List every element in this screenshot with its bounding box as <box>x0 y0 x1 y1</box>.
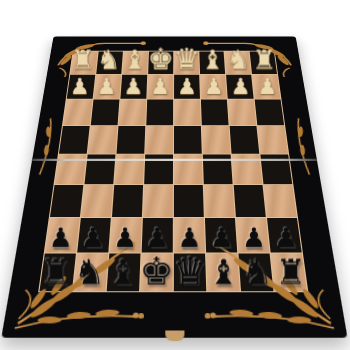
square-g2[interactable]: ♟ <box>94 75 122 99</box>
piece-white-bishop[interactable]: ♝ <box>201 47 225 74</box>
piece-black-rook[interactable]: ♜ <box>40 255 71 290</box>
piece-white-pawn[interactable]: ♟ <box>177 76 197 98</box>
piece-white-pawn[interactable]: ♟ <box>97 76 117 98</box>
piece-black-rook[interactable]: ♜ <box>275 255 306 290</box>
square-d3[interactable] <box>174 99 201 125</box>
square-g4[interactable] <box>88 126 118 154</box>
square-e2[interactable]: ♟ <box>147 75 173 99</box>
piece-white-pawn[interactable]: ♟ <box>70 76 90 98</box>
piece-white-pawn[interactable]: ♟ <box>231 76 251 98</box>
square-e1[interactable]: ♚ <box>148 51 173 74</box>
piece-white-pawn[interactable]: ♟ <box>257 76 277 98</box>
chess-board: ♜♞♝♚♛♝♞♜♟♟♟♟♟♟♟♟♟♟♟♟♟♟♟♟♜♞♝♚♛♝♞♜ <box>1 36 347 337</box>
square-a2[interactable]: ♟ <box>252 75 280 99</box>
piece-white-king[interactable]: ♚ <box>147 44 173 74</box>
square-c2[interactable]: ♟ <box>200 75 227 99</box>
ornament-right-edge-icon <box>289 115 319 178</box>
square-h1[interactable]: ♜ <box>70 51 98 74</box>
piece-black-pawn[interactable]: ♟ <box>49 225 73 252</box>
square-f4[interactable] <box>116 126 145 154</box>
square-h3[interactable] <box>63 99 93 125</box>
square-d6[interactable] <box>174 185 204 217</box>
square-c4[interactable] <box>202 126 231 154</box>
square-d1[interactable]: ♛ <box>174 51 199 74</box>
square-a6[interactable] <box>264 185 297 217</box>
piece-black-pawn[interactable]: ♟ <box>210 225 234 252</box>
piece-black-pawn[interactable]: ♟ <box>242 225 266 252</box>
square-e3[interactable] <box>146 99 173 125</box>
square-e8[interactable]: ♚ <box>140 254 173 292</box>
square-g6[interactable] <box>81 185 113 217</box>
square-b6[interactable] <box>234 185 266 217</box>
square-d8[interactable]: ♛ <box>174 254 206 292</box>
square-a8[interactable]: ♜ <box>271 254 307 292</box>
piece-black-knight[interactable]: ♞ <box>74 255 105 290</box>
board-grid: ♜♞♝♚♛♝♞♜♟♟♟♟♟♟♟♟♟♟♟♟♟♟♟♟♜♞♝♚♛♝♞♜ <box>38 51 308 292</box>
square-d4[interactable] <box>174 126 202 154</box>
square-c1[interactable]: ♝ <box>199 51 225 74</box>
square-e4[interactable] <box>145 126 173 154</box>
square-e6[interactable] <box>143 185 173 217</box>
square-g3[interactable] <box>91 99 120 125</box>
piece-white-pawn[interactable]: ♟ <box>123 76 143 98</box>
photo-background: ♜♞♝♚♛♝♞♜♟♟♟♟♟♟♟♟♟♟♟♟♟♟♟♟♜♞♝♚♛♝♞♜ <box>0 0 350 350</box>
piece-white-rook[interactable]: ♜ <box>71 47 95 74</box>
square-c6[interactable] <box>204 185 235 217</box>
square-a3[interactable] <box>255 99 284 125</box>
piece-white-knight[interactable]: ♞ <box>226 47 250 74</box>
square-b7[interactable]: ♟ <box>236 218 270 253</box>
square-h4[interactable] <box>59 126 90 154</box>
square-g1[interactable]: ♞ <box>96 51 123 74</box>
piece-white-queen[interactable]: ♛ <box>173 44 199 74</box>
square-b3[interactable] <box>228 99 257 125</box>
square-c7[interactable]: ♟ <box>205 218 237 253</box>
square-b1[interactable]: ♞ <box>224 51 251 74</box>
square-f6[interactable] <box>112 185 143 217</box>
square-f8[interactable]: ♝ <box>107 254 141 292</box>
clasp <box>165 330 185 341</box>
square-h2[interactable]: ♟ <box>67 75 96 99</box>
square-a4[interactable] <box>257 126 288 154</box>
square-f7[interactable]: ♟ <box>109 218 141 253</box>
square-b4[interactable] <box>230 126 260 154</box>
square-d2[interactable]: ♟ <box>174 75 200 99</box>
square-f1[interactable]: ♝ <box>122 51 148 74</box>
square-c8[interactable]: ♝ <box>206 254 240 292</box>
square-b8[interactable]: ♞ <box>238 254 273 292</box>
square-h6[interactable] <box>50 185 83 217</box>
piece-white-bishop[interactable]: ♝ <box>123 47 147 74</box>
square-b2[interactable]: ♟ <box>226 75 254 99</box>
piece-black-bishop[interactable]: ♝ <box>208 255 239 290</box>
piece-black-pawn[interactable]: ♟ <box>274 225 298 252</box>
square-f2[interactable]: ♟ <box>120 75 147 99</box>
piece-white-pawn[interactable]: ♟ <box>150 76 170 98</box>
square-c3[interactable] <box>201 99 229 125</box>
square-h8[interactable]: ♜ <box>39 254 75 292</box>
piece-white-pawn[interactable]: ♟ <box>204 76 224 98</box>
piece-black-king[interactable]: ♚ <box>139 252 173 290</box>
square-a1[interactable]: ♜ <box>250 51 277 74</box>
piece-black-pawn[interactable]: ♟ <box>81 225 105 252</box>
piece-black-knight[interactable]: ♞ <box>242 255 273 290</box>
piece-black-pawn[interactable]: ♟ <box>113 225 137 252</box>
piece-black-queen[interactable]: ♛ <box>173 252 207 290</box>
piece-white-knight[interactable]: ♞ <box>97 47 121 74</box>
square-g8[interactable]: ♞ <box>73 254 108 292</box>
piece-black-bishop[interactable]: ♝ <box>107 255 138 290</box>
piece-white-rook[interactable]: ♜ <box>252 47 276 74</box>
square-f3[interactable] <box>119 99 147 125</box>
board-fold-seam <box>32 159 318 161</box>
